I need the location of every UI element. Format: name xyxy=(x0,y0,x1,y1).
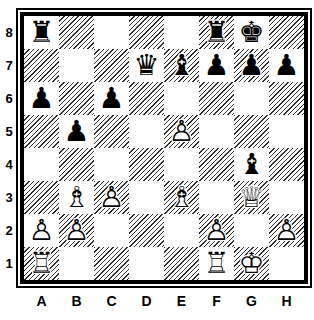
square-c3: ♟♙ xyxy=(94,181,129,214)
chess-board: ♜♜♜♜♚♚♛♛♝♝♟♟♟♟♟♟♟♟♟♟♟♟♟♙♝♝♝♗♟♙♝♗♛♕♟♙♟♙♟♙… xyxy=(20,12,308,284)
file-label-d: D xyxy=(129,288,164,314)
square-a8: ♜♜ xyxy=(24,16,59,49)
black-pawn-glyph: ♟ xyxy=(24,82,59,115)
black-bishop: ♝♝ xyxy=(164,49,199,82)
square-g1: ♚♔ xyxy=(234,247,269,280)
square-b2: ♟♙ xyxy=(59,214,94,247)
white-queen: ♛♕ xyxy=(234,181,269,214)
square-e5: ♟♙ xyxy=(164,115,199,148)
square-c4 xyxy=(94,148,129,181)
square-g4: ♝♝ xyxy=(234,148,269,181)
square-c8 xyxy=(94,16,129,49)
square-d2 xyxy=(129,214,164,247)
black-king: ♚♚ xyxy=(234,16,269,49)
black-pawn: ♟♟ xyxy=(234,49,269,82)
black-pawn: ♟♟ xyxy=(269,49,304,82)
square-c6: ♟♟ xyxy=(94,82,129,115)
square-b7 xyxy=(59,49,94,82)
white-king: ♚♔ xyxy=(234,247,269,280)
file-label-f: F xyxy=(199,288,234,314)
square-g6 xyxy=(234,82,269,115)
square-d1 xyxy=(129,247,164,280)
square-h8 xyxy=(269,16,304,49)
square-g5 xyxy=(234,115,269,148)
black-pawn-glyph: ♟ xyxy=(234,49,269,82)
square-h2: ♟♙ xyxy=(269,214,304,247)
board-frame: ♜♜♜♜♚♚♛♛♝♝♟♟♟♟♟♟♟♟♟♟♟♟♟♙♝♝♝♗♟♙♝♗♛♕♟♙♟♙♟♙… xyxy=(16,8,312,288)
white-bishop-glyph: ♗ xyxy=(59,181,94,214)
square-c1 xyxy=(94,247,129,280)
square-f7: ♟♟ xyxy=(199,49,234,82)
file-label-e: E xyxy=(164,288,199,314)
white-queen-glyph: ♕ xyxy=(234,181,269,214)
square-b8 xyxy=(59,16,94,49)
black-rook: ♜♜ xyxy=(199,16,234,49)
file-label-b: B xyxy=(59,288,94,314)
white-bishop: ♝♗ xyxy=(164,181,199,214)
rank-label-4: 4 xyxy=(2,148,16,181)
white-pawn-glyph: ♙ xyxy=(94,181,129,214)
black-pawn: ♟♟ xyxy=(199,49,234,82)
square-d6 xyxy=(129,82,164,115)
file-label-c: C xyxy=(94,288,129,314)
rank-label-7: 7 xyxy=(2,49,16,82)
black-pawn: ♟♟ xyxy=(59,115,94,148)
square-a4 xyxy=(24,148,59,181)
black-pawn-glyph: ♟ xyxy=(199,49,234,82)
white-bishop-glyph: ♗ xyxy=(164,181,199,214)
white-king-glyph: ♔ xyxy=(234,247,269,280)
square-a2: ♟♙ xyxy=(24,214,59,247)
square-b1 xyxy=(59,247,94,280)
black-pawn: ♟♟ xyxy=(24,82,59,115)
white-rook-glyph: ♖ xyxy=(24,247,59,280)
rank-labels: 87654321 xyxy=(2,8,16,280)
square-d8 xyxy=(129,16,164,49)
square-h7: ♟♟ xyxy=(269,49,304,82)
square-e8 xyxy=(164,16,199,49)
rank-label-3: 3 xyxy=(2,181,16,214)
square-e3: ♝♗ xyxy=(164,181,199,214)
black-pawn-glyph: ♟ xyxy=(269,49,304,82)
square-b3: ♝♗ xyxy=(59,181,94,214)
black-rook: ♜♜ xyxy=(24,16,59,49)
white-rook: ♜♖ xyxy=(199,247,234,280)
black-bishop-glyph: ♝ xyxy=(164,49,199,82)
black-pawn-glyph: ♟ xyxy=(94,82,129,115)
white-pawn-glyph: ♙ xyxy=(164,115,199,148)
black-bishop-glyph: ♝ xyxy=(234,148,269,181)
white-rook-glyph: ♖ xyxy=(199,247,234,280)
white-pawn-glyph: ♙ xyxy=(269,214,304,247)
square-g2 xyxy=(234,214,269,247)
white-pawn-glyph: ♙ xyxy=(59,214,94,247)
file-label-h: H xyxy=(269,288,304,314)
white-pawn: ♟♙ xyxy=(59,214,94,247)
black-rook-glyph: ♜ xyxy=(24,16,59,49)
rank-label-1: 1 xyxy=(2,247,16,280)
square-c5 xyxy=(94,115,129,148)
square-e7: ♝♝ xyxy=(164,49,199,82)
square-f5 xyxy=(199,115,234,148)
square-b6 xyxy=(59,82,94,115)
square-h3 xyxy=(269,181,304,214)
white-pawn: ♟♙ xyxy=(199,214,234,247)
white-pawn: ♟♙ xyxy=(164,115,199,148)
file-label-g: G xyxy=(234,288,269,314)
square-f4 xyxy=(199,148,234,181)
square-g7: ♟♟ xyxy=(234,49,269,82)
black-pawn: ♟♟ xyxy=(94,82,129,115)
square-h1 xyxy=(269,247,304,280)
square-h4 xyxy=(269,148,304,181)
black-rook-glyph: ♜ xyxy=(199,16,234,49)
square-f1: ♜♖ xyxy=(199,247,234,280)
black-king-glyph: ♚ xyxy=(234,16,269,49)
file-label-a: A xyxy=(24,288,59,314)
square-d7: ♛♛ xyxy=(129,49,164,82)
rank-label-2: 2 xyxy=(2,214,16,247)
black-queen-glyph: ♛ xyxy=(129,49,164,82)
square-f6 xyxy=(199,82,234,115)
square-b4 xyxy=(59,148,94,181)
square-c7 xyxy=(94,49,129,82)
black-queen: ♛♛ xyxy=(129,49,164,82)
square-b5: ♟♟ xyxy=(59,115,94,148)
white-pawn: ♟♙ xyxy=(94,181,129,214)
square-f2: ♟♙ xyxy=(199,214,234,247)
white-pawn-glyph: ♙ xyxy=(24,214,59,247)
white-pawn: ♟♙ xyxy=(269,214,304,247)
square-g3: ♛♕ xyxy=(234,181,269,214)
white-rook: ♜♖ xyxy=(24,247,59,280)
square-a6: ♟♟ xyxy=(24,82,59,115)
square-a5 xyxy=(24,115,59,148)
square-d4 xyxy=(129,148,164,181)
square-d5 xyxy=(129,115,164,148)
square-d3 xyxy=(129,181,164,214)
rank-label-6: 6 xyxy=(2,82,16,115)
rank-label-8: 8 xyxy=(2,16,16,49)
square-e4 xyxy=(164,148,199,181)
square-e2 xyxy=(164,214,199,247)
square-f8: ♜♜ xyxy=(199,16,234,49)
square-h5 xyxy=(269,115,304,148)
file-labels: ABCDEFGH xyxy=(24,288,314,314)
square-a7 xyxy=(24,49,59,82)
square-c2 xyxy=(94,214,129,247)
square-h6 xyxy=(269,82,304,115)
square-a1: ♜♖ xyxy=(24,247,59,280)
square-g8: ♚♚ xyxy=(234,16,269,49)
square-a3 xyxy=(24,181,59,214)
square-e1 xyxy=(164,247,199,280)
square-f3 xyxy=(199,181,234,214)
white-pawn: ♟♙ xyxy=(24,214,59,247)
chess-diagram: 87654321 ♜♜♜♜♚♚♛♛♝♝♟♟♟♟♟♟♟♟♟♟♟♟♟♙♝♝♝♗♟♙♝… xyxy=(0,0,314,314)
white-pawn-glyph: ♙ xyxy=(199,214,234,247)
black-bishop: ♝♝ xyxy=(234,148,269,181)
square-e6 xyxy=(164,82,199,115)
white-bishop: ♝♗ xyxy=(59,181,94,214)
rank-label-5: 5 xyxy=(2,115,16,148)
black-pawn-glyph: ♟ xyxy=(59,115,94,148)
